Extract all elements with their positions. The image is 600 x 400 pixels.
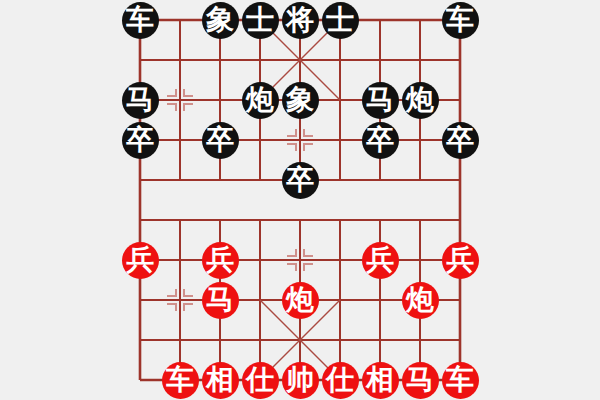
piece-red-soldier[interactable]: 兵 [202, 242, 239, 279]
board-point: 兵 [200, 240, 240, 280]
board-point: 卒 [120, 120, 160, 160]
piece-red-cannon[interactable]: 炮 [282, 282, 319, 319]
board-point: 将 [280, 0, 320, 40]
piece-black-cannon[interactable]: 炮 [242, 82, 279, 119]
board-point: 卒 [280, 160, 320, 200]
piece-black-soldier[interactable]: 卒 [122, 122, 159, 159]
board-point: 仕 [320, 360, 360, 400]
board-point: 士 [240, 0, 280, 40]
piece-black-chariot[interactable]: 车 [122, 2, 159, 39]
piece-red-horse[interactable]: 马 [402, 362, 439, 399]
piece-black-elephant[interactable]: 象 [202, 2, 239, 39]
board-point: 马 [360, 80, 400, 120]
piece-black-advisor[interactable]: 士 [322, 2, 359, 39]
piece-red-advisor[interactable]: 仕 [322, 362, 359, 399]
board-point: 士 [320, 0, 360, 40]
board-point: 车 [440, 0, 480, 40]
board-point: 马 [200, 280, 240, 320]
xiangqi-board: 车象士将士车马炮象马炮卒卒卒卒卒兵兵兵兵马炮炮车相仕帅仕相马车 [120, 0, 480, 400]
piece-black-soldier[interactable]: 卒 [282, 162, 319, 199]
board-point: 炮 [400, 280, 440, 320]
board-point: 卒 [440, 120, 480, 160]
board-point: 卒 [360, 120, 400, 160]
piece-black-advisor[interactable]: 士 [242, 2, 279, 39]
piece-black-horse[interactable]: 马 [362, 82, 399, 119]
board-point: 车 [160, 360, 200, 400]
piece-red-horse[interactable]: 马 [202, 282, 239, 319]
piece-black-soldier[interactable]: 卒 [202, 122, 239, 159]
board-point: 相 [200, 360, 240, 400]
piece-black-soldier[interactable]: 卒 [362, 122, 399, 159]
board-point: 卒 [200, 120, 240, 160]
board-point: 仕 [240, 360, 280, 400]
board-point: 马 [400, 360, 440, 400]
board-point: 兵 [120, 240, 160, 280]
piece-red-advisor[interactable]: 仕 [242, 362, 279, 399]
xiangqi-app: 车象士将士车马炮象马炮卒卒卒卒卒兵兵兵兵马炮炮车相仕帅仕相马车 [0, 0, 600, 400]
board-point: 车 [120, 0, 160, 40]
board-point: 炮 [240, 80, 280, 120]
piece-red-general[interactable]: 帅 [282, 362, 319, 399]
board-point: 相 [360, 360, 400, 400]
piece-black-elephant[interactable]: 象 [282, 82, 319, 119]
board-point: 象 [280, 80, 320, 120]
piece-red-chariot[interactable]: 车 [442, 362, 479, 399]
piece-red-cannon[interactable]: 炮 [402, 282, 439, 319]
piece-black-cannon[interactable]: 炮 [402, 82, 439, 119]
piece-black-horse[interactable]: 马 [122, 82, 159, 119]
board-point: 帅 [280, 360, 320, 400]
star-point [160, 80, 200, 120]
board-point: 象 [200, 0, 240, 40]
piece-red-soldier[interactable]: 兵 [362, 242, 399, 279]
piece-black-chariot[interactable]: 车 [442, 2, 479, 39]
piece-red-elephant[interactable]: 相 [202, 362, 239, 399]
board-point: 炮 [400, 80, 440, 120]
piece-black-soldier[interactable]: 卒 [442, 122, 479, 159]
piece-red-soldier[interactable]: 兵 [442, 242, 479, 279]
piece-red-soldier[interactable]: 兵 [122, 242, 159, 279]
board-point: 车 [440, 360, 480, 400]
piece-black-general[interactable]: 将 [282, 2, 319, 39]
board-point: 炮 [280, 280, 320, 320]
piece-red-elephant[interactable]: 相 [362, 362, 399, 399]
board-point: 兵 [440, 240, 480, 280]
piece-red-chariot[interactable]: 车 [162, 362, 199, 399]
star-point [280, 120, 320, 160]
star-point [160, 280, 200, 320]
star-point [280, 240, 320, 280]
board-point: 马 [120, 80, 160, 120]
board-point: 兵 [360, 240, 400, 280]
